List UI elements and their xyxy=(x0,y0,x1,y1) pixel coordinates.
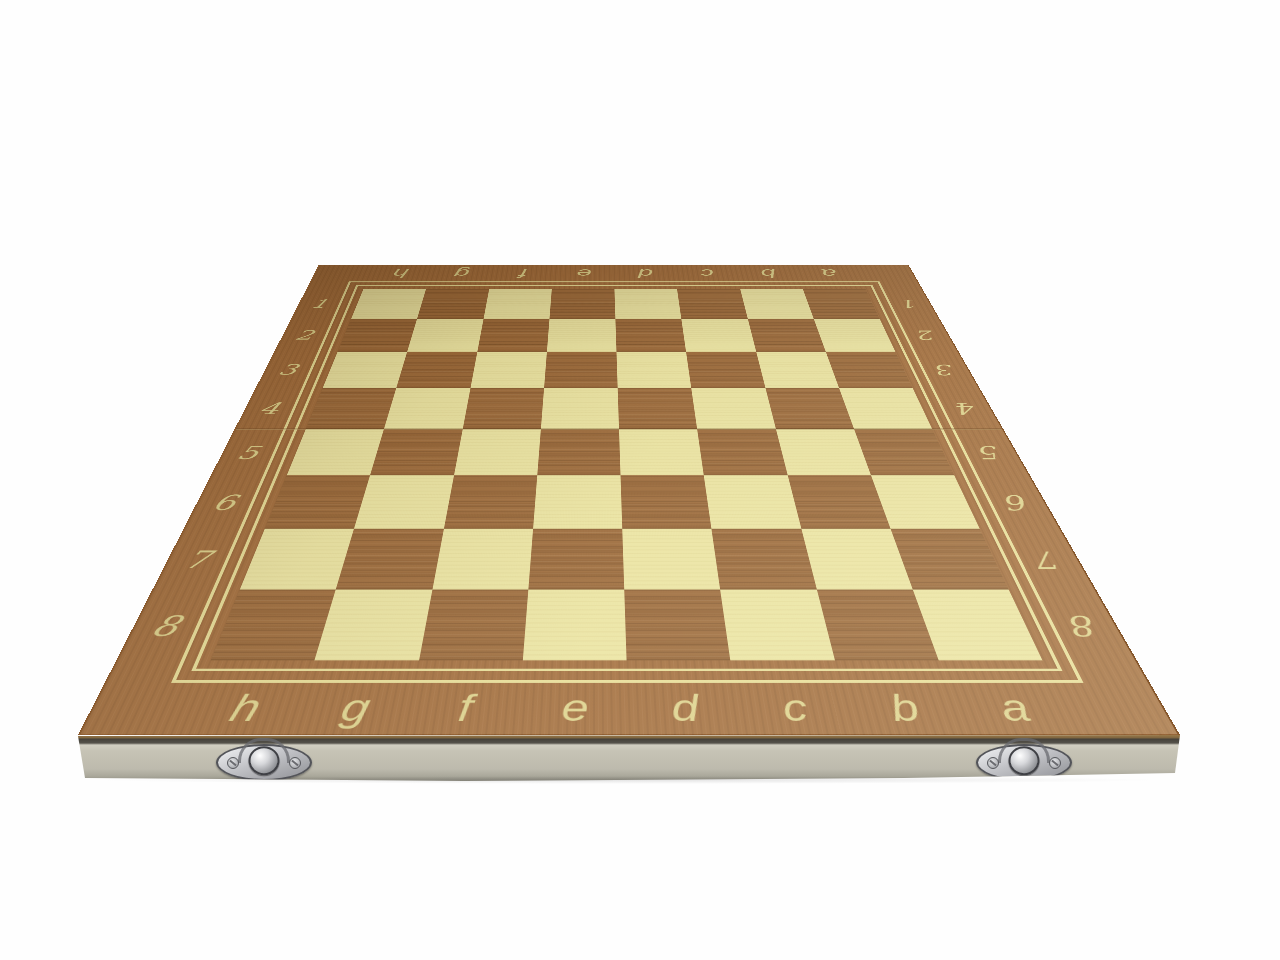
square-e1 xyxy=(549,289,615,318)
square-f8 xyxy=(419,589,529,660)
screw-icon xyxy=(227,757,239,769)
square-e6 xyxy=(533,475,622,528)
square-f1 xyxy=(483,289,551,318)
square-g1 xyxy=(417,289,489,318)
screw-icon xyxy=(987,757,999,769)
square-e8 xyxy=(523,589,627,660)
file-label-a-far: a xyxy=(796,265,864,281)
file-label-a-near: a xyxy=(950,683,1082,734)
square-f7 xyxy=(432,528,533,589)
square-e2 xyxy=(547,319,617,352)
rank-label-4-right: 4 xyxy=(934,389,1002,430)
square-e4 xyxy=(541,388,619,429)
chessboard-scene: hgfedcba hgfedcba 12345678 12345678 xyxy=(78,0,1180,735)
rank-label-6-left: 6 xyxy=(185,477,263,530)
file-label-h-far: h xyxy=(367,265,434,281)
square-d3 xyxy=(616,351,691,388)
file-label-e-far: e xyxy=(553,265,615,281)
file-label-e-near: e xyxy=(518,683,631,734)
square-h1 xyxy=(351,289,426,318)
square-a3 xyxy=(826,351,913,388)
file-label-h-near: h xyxy=(180,683,308,734)
latch-knob xyxy=(249,746,280,775)
square-h2 xyxy=(338,319,418,352)
file-label-f-far: f xyxy=(491,265,554,281)
square-d5 xyxy=(619,429,704,475)
square-b3 xyxy=(756,351,839,388)
square-f5 xyxy=(454,429,541,475)
file-label-c-near: c xyxy=(736,683,856,734)
file-label-d-near: d xyxy=(629,683,743,734)
rank-label-7-right: 7 xyxy=(1006,530,1096,592)
rank-label-8-right: 8 xyxy=(1037,591,1137,663)
square-d6 xyxy=(621,475,712,528)
rank-label-1-left: 1 xyxy=(292,289,345,319)
file-label-g-far: g xyxy=(429,265,494,281)
square-a1 xyxy=(803,289,880,318)
square-a2 xyxy=(814,319,896,352)
file-label-c-far: c xyxy=(675,265,740,281)
file-label-b-near: b xyxy=(843,683,969,734)
square-a4 xyxy=(839,388,932,429)
square-c6 xyxy=(704,475,801,528)
latch-left xyxy=(216,744,312,781)
square-c5 xyxy=(697,429,787,475)
screw-icon xyxy=(1049,757,1061,769)
square-d2 xyxy=(615,319,686,352)
square-g4 xyxy=(384,388,470,429)
square-g6 xyxy=(354,475,453,528)
square-h6 xyxy=(265,475,370,528)
board-front-edge xyxy=(78,735,1180,781)
square-c7 xyxy=(712,528,817,589)
rank-label-7-left: 7 xyxy=(153,530,239,592)
square-c1 xyxy=(677,289,747,318)
rank-label-3-right: 3 xyxy=(915,352,978,389)
board-top-surface: hgfedcba hgfedcba 12345678 12345678 xyxy=(78,265,1180,735)
rank-label-2-right: 2 xyxy=(899,319,958,352)
photo-background: hgfedcba hgfedcba 12345678 12345678 xyxy=(0,0,1280,960)
rank-label-6-right: 6 xyxy=(979,477,1060,530)
square-f2 xyxy=(477,319,549,352)
square-a5 xyxy=(854,429,954,475)
file-label-g-near: g xyxy=(293,683,415,734)
rank-label-2-left: 2 xyxy=(275,319,332,352)
square-b1 xyxy=(740,289,814,318)
file-label-b-far: b xyxy=(736,265,802,281)
square-f3 xyxy=(470,351,547,388)
square-h3 xyxy=(323,351,408,388)
square-c4 xyxy=(691,388,775,429)
square-g2 xyxy=(407,319,483,352)
square-g3 xyxy=(396,351,477,388)
latch-right xyxy=(976,744,1072,781)
square-g5 xyxy=(370,429,462,475)
square-b2 xyxy=(748,319,826,352)
file-label-f-near: f xyxy=(406,683,523,734)
rank-label-8-left: 8 xyxy=(117,591,212,663)
square-g8 xyxy=(315,589,432,660)
board-drop-shadow xyxy=(88,776,1168,784)
square-e3 xyxy=(544,351,618,388)
rank-label-5-right: 5 xyxy=(955,430,1029,477)
square-d7 xyxy=(622,528,720,589)
file-labels-far-edge: hgfedcba xyxy=(367,265,865,281)
square-e7 xyxy=(528,528,624,589)
rank-label-4-left: 4 xyxy=(236,389,302,430)
square-f6 xyxy=(444,475,537,528)
rank-label-1-right: 1 xyxy=(883,289,938,319)
square-c2 xyxy=(681,319,755,352)
square-g7 xyxy=(336,528,444,589)
square-c3 xyxy=(686,351,765,388)
file-label-d-far: d xyxy=(615,265,678,281)
file-labels-near-edge: hgfedcba xyxy=(180,683,1081,734)
rank-label-5-left: 5 xyxy=(212,430,283,477)
square-h4 xyxy=(306,388,397,429)
rank-label-3-left: 3 xyxy=(257,352,318,389)
square-h5 xyxy=(287,429,384,475)
square-a6 xyxy=(871,475,980,528)
latch-knob xyxy=(1009,746,1040,775)
square-h7 xyxy=(240,528,354,589)
square-f4 xyxy=(462,388,544,429)
square-d1 xyxy=(614,289,681,318)
square-d8 xyxy=(624,589,730,660)
screw-icon xyxy=(289,757,301,769)
square-e5 xyxy=(537,429,620,475)
square-d4 xyxy=(618,388,698,429)
square-c8 xyxy=(720,589,834,660)
